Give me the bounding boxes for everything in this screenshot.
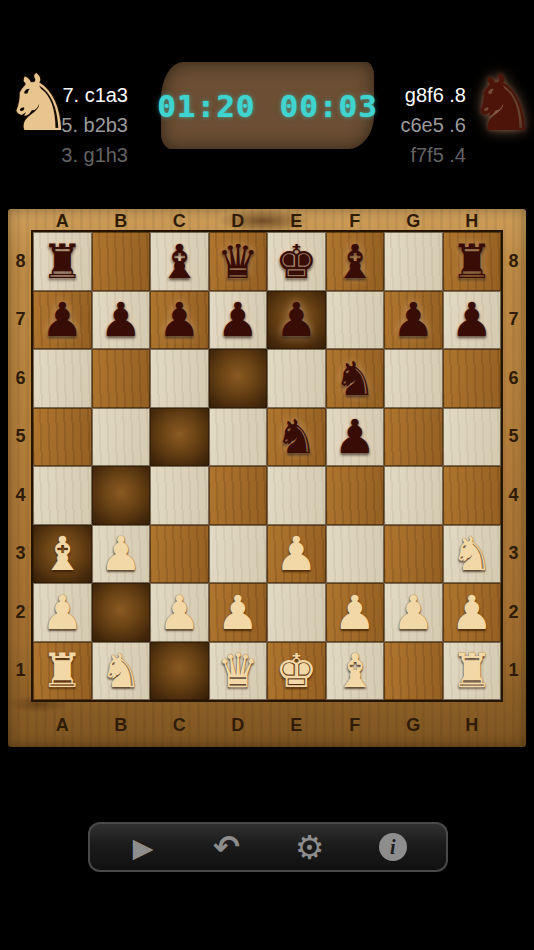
square-e2[interactable]: [267, 583, 326, 642]
rank-label-right-1: 1: [501, 642, 526, 701]
square-d4[interactable]: [209, 466, 268, 525]
black-king-e8[interactable]: ♚: [275, 238, 317, 285]
square-g3[interactable]: [384, 525, 443, 584]
undo-button[interactable]: ↶: [196, 825, 256, 869]
black-pawn-b7[interactable]: ♟: [100, 296, 142, 343]
rank-labels-right: 87654321: [501, 232, 526, 700]
white-pawn-h2[interactable]: ♟: [451, 589, 493, 636]
square-g2[interactable]: ♟: [384, 583, 443, 642]
play-icon: ▶: [133, 832, 154, 863]
rank-label-right-4: 4: [501, 466, 526, 525]
white-knight-b1[interactable]: ♞: [100, 647, 142, 694]
square-a6[interactable]: [33, 349, 92, 408]
black-knight-e5[interactable]: ♞: [275, 413, 317, 460]
black-rook-h8[interactable]: ♜: [451, 238, 493, 285]
rank-label-left-7: 7: [8, 291, 33, 350]
rank-labels-left: 87654321: [8, 232, 33, 700]
file-labels-top: ABCDEFGH: [33, 211, 501, 231]
square-f8[interactable]: ♝: [326, 232, 385, 291]
white-bishop-f1[interactable]: ♝: [334, 647, 376, 694]
white-rook-h1[interactable]: ♜: [451, 647, 493, 694]
white-pawn-c2[interactable]: ♟: [158, 589, 200, 636]
black-pawn-c7[interactable]: ♟: [158, 296, 200, 343]
square-d2[interactable]: ♟: [209, 583, 268, 642]
square-e6[interactable]: [267, 349, 326, 408]
game-clock: 01:20 00:03: [161, 62, 374, 149]
square-e1[interactable]: ♚: [267, 642, 326, 701]
black-pawn-d7[interactable]: ♟: [217, 296, 259, 343]
square-f6[interactable]: ♞: [326, 349, 385, 408]
square-e5[interactable]: ♞: [267, 408, 326, 467]
square-d3[interactable]: [209, 525, 268, 584]
square-f2[interactable]: ♟: [326, 583, 385, 642]
square-c4[interactable]: [150, 466, 209, 525]
square-c1[interactable]: [150, 642, 209, 701]
white-queen-d1[interactable]: ♛: [217, 647, 259, 694]
square-g4[interactable]: [384, 466, 443, 525]
square-f3[interactable]: [326, 525, 385, 584]
file-label-top-d: D: [209, 211, 268, 232]
square-b1[interactable]: ♞: [92, 642, 151, 701]
play-button[interactable]: ▶: [113, 825, 173, 869]
clock-left-time: 01:20: [157, 88, 255, 124]
square-e4[interactable]: [267, 466, 326, 525]
rank-label-left-4: 4: [8, 466, 33, 525]
square-f7[interactable]: [326, 291, 385, 350]
rank-label-left-3: 3: [8, 525, 33, 584]
square-b5[interactable]: [92, 408, 151, 467]
square-e7[interactable]: ♟: [267, 291, 326, 350]
square-a2[interactable]: ♟: [33, 583, 92, 642]
white-bishop-a3[interactable]: ♝: [41, 530, 83, 577]
black-move-list: g8f6 .8 c6e5 .6 f7f5 .4: [356, 80, 466, 170]
rank-label-left-1: 1: [8, 642, 33, 701]
square-b4[interactable]: [92, 466, 151, 525]
square-b3[interactable]: ♟: [92, 525, 151, 584]
white-move-latest: 7. c1a3: [18, 80, 128, 110]
square-d1[interactable]: ♛: [209, 642, 268, 701]
square-h1[interactable]: ♜: [443, 642, 502, 701]
black-knight-icon: ♞: [468, 58, 532, 148]
file-label-bottom-h: H: [443, 715, 502, 736]
black-pawn-e7[interactable]: ♟: [275, 296, 317, 343]
file-labels-bottom: ABCDEFGH: [33, 715, 501, 735]
file-label-top-f: F: [326, 211, 385, 232]
rank-label-left-8: 8: [8, 232, 33, 291]
file-label-bottom-b: B: [92, 715, 151, 736]
black-queen-d8[interactable]: ♛: [217, 238, 259, 285]
white-move-prev1: 5. b2b3: [18, 110, 128, 140]
info-button[interactable]: i: [363, 825, 423, 869]
rank-label-right-6: 6: [501, 349, 526, 408]
info-icon: i: [379, 833, 407, 861]
square-g8[interactable]: [384, 232, 443, 291]
square-d6[interactable]: [209, 349, 268, 408]
file-label-bottom-g: G: [384, 715, 443, 736]
square-a4[interactable]: [33, 466, 92, 525]
square-h8[interactable]: ♜: [443, 232, 502, 291]
file-label-bottom-d: D: [209, 715, 268, 736]
black-pawn-g7[interactable]: ♟: [392, 296, 434, 343]
square-a8[interactable]: ♜: [33, 232, 92, 291]
black-pawn-f5[interactable]: ♟: [334, 413, 376, 460]
square-b8[interactable]: [92, 232, 151, 291]
square-d5[interactable]: [209, 408, 268, 467]
white-pawn-d2[interactable]: ♟: [217, 589, 259, 636]
rank-label-right-8: 8: [501, 232, 526, 291]
rank-label-left-5: 5: [8, 408, 33, 467]
white-move-list: 7. c1a3 5. b2b3 3. g1h3: [18, 80, 128, 170]
square-a5[interactable]: [33, 408, 92, 467]
rank-label-right-5: 5: [501, 408, 526, 467]
square-e8[interactable]: ♚: [267, 232, 326, 291]
file-label-top-a: A: [33, 211, 92, 232]
square-f4[interactable]: [326, 466, 385, 525]
white-pawn-b3[interactable]: ♟: [100, 530, 142, 577]
rank-label-right-3: 3: [501, 525, 526, 584]
square-b2[interactable]: [92, 583, 151, 642]
black-knight-f6[interactable]: ♞: [334, 355, 376, 402]
square-h4[interactable]: [443, 466, 502, 525]
settings-button[interactable]: ⚙: [280, 825, 340, 869]
square-a3[interactable]: ♝: [33, 525, 92, 584]
square-h7[interactable]: ♟: [443, 291, 502, 350]
square-d7[interactable]: ♟: [209, 291, 268, 350]
file-label-top-b: B: [92, 211, 151, 232]
file-label-bottom-a: A: [33, 715, 92, 736]
file-label-bottom-f: F: [326, 715, 385, 736]
chess-board-frame: ABCDEFGH 87654321 ♜♝♛♚♝♜♟♟♟♟♟♟♟♞♞♟♝♟♟♞♟♟…: [8, 209, 526, 747]
black-pawn-a7[interactable]: ♟: [41, 296, 83, 343]
black-rook-a8[interactable]: ♜: [41, 238, 83, 285]
square-f5[interactable]: ♟: [326, 408, 385, 467]
square-g7[interactable]: ♟: [384, 291, 443, 350]
undo-icon: ↶: [213, 828, 240, 866]
black-move-prev1: c6e5 .6: [356, 110, 466, 140]
gear-icon: ⚙: [295, 828, 325, 867]
square-b6[interactable]: [92, 349, 151, 408]
white-pawn-f2[interactable]: ♟: [334, 589, 376, 636]
rank-label-right-7: 7: [501, 291, 526, 350]
file-label-top-e: E: [267, 211, 326, 232]
square-g6[interactable]: [384, 349, 443, 408]
black-move-latest: g8f6 .8: [356, 80, 466, 110]
white-knight-h3[interactable]: ♞: [451, 530, 493, 577]
white-pawn-a2[interactable]: ♟: [41, 589, 83, 636]
square-c5[interactable]: [150, 408, 209, 467]
white-move-prev2: 3. g1h3: [18, 140, 128, 170]
square-g1[interactable]: [384, 642, 443, 701]
square-c6[interactable]: [150, 349, 209, 408]
white-pawn-e3[interactable]: ♟: [275, 530, 317, 577]
square-f1[interactable]: ♝: [326, 642, 385, 701]
square-g5[interactable]: [384, 408, 443, 467]
file-label-top-c: C: [150, 211, 209, 232]
file-label-top-g: G: [384, 211, 443, 232]
chess-board[interactable]: ♜♝♛♚♝♜♟♟♟♟♟♟♟♞♞♟♝♟♟♞♟♟♟♟♟♟♜♞♛♚♝♜: [31, 230, 503, 702]
square-a7[interactable]: ♟: [33, 291, 92, 350]
square-b7[interactable]: ♟: [92, 291, 151, 350]
square-c3[interactable]: [150, 525, 209, 584]
square-d8[interactable]: ♛: [209, 232, 268, 291]
black-bishop-c8[interactable]: ♝: [158, 238, 200, 285]
square-c8[interactable]: ♝: [150, 232, 209, 291]
file-label-top-h: H: [443, 211, 502, 232]
chess-app-screen: ♞ 7. c1a3 5. b2b3 3. g1h3 01:20 00:03 g8…: [0, 0, 534, 950]
black-pawn-h7[interactable]: ♟: [451, 296, 493, 343]
black-bishop-f8[interactable]: ♝: [334, 238, 376, 285]
file-label-bottom-e: E: [267, 715, 326, 736]
rank-label-right-2: 2: [501, 583, 526, 642]
rank-label-left-2: 2: [8, 583, 33, 642]
square-h2[interactable]: ♟: [443, 583, 502, 642]
bottom-toolbar: ▶ ↶ ⚙ i: [88, 822, 448, 872]
white-pawn-g2[interactable]: ♟: [392, 589, 434, 636]
square-c7[interactable]: ♟: [150, 291, 209, 350]
black-move-prev2: f7f5 .4: [356, 140, 466, 170]
square-h5[interactable]: [443, 408, 502, 467]
square-a1[interactable]: ♜: [33, 642, 92, 701]
square-h6[interactable]: [443, 349, 502, 408]
white-king-e1[interactable]: ♚: [275, 647, 317, 694]
file-label-bottom-c: C: [150, 715, 209, 736]
rank-label-left-6: 6: [8, 349, 33, 408]
square-e3[interactable]: ♟: [267, 525, 326, 584]
square-c2[interactable]: ♟: [150, 583, 209, 642]
square-h3[interactable]: ♞: [443, 525, 502, 584]
white-rook-a1[interactable]: ♜: [41, 647, 83, 694]
